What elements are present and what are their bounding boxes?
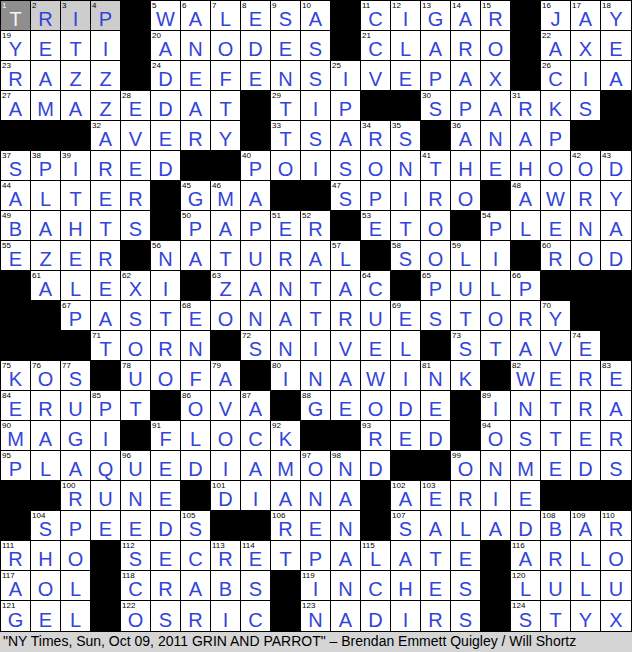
cell-r1c8[interactable]: 7L <box>211 1 241 31</box>
cell-r2c6[interactable]: 20A <box>151 31 181 61</box>
cell-r13c16[interactable]: K <box>451 361 481 391</box>
cell-r15c17[interactable]: 94O <box>481 421 511 451</box>
cell-r19c15[interactable]: T <box>421 541 451 571</box>
cell-r1c15[interactable]: 13G <box>421 1 451 31</box>
cell-r8c11[interactable]: 52R <box>301 211 331 241</box>
cell-r13c10[interactable]: 80I <box>271 361 301 391</box>
cell-r16c5[interactable]: 96U <box>121 451 151 481</box>
cell-r15c7[interactable]: L <box>181 421 211 451</box>
cell-r1c9[interactable]: 8E <box>241 1 271 31</box>
cell-r19c9[interactable]: 114E <box>241 541 271 571</box>
cell-r20c20[interactable]: L <box>571 571 601 601</box>
cell-r12c6[interactable]: R <box>151 331 181 361</box>
cell-r16c2[interactable]: L <box>31 451 61 481</box>
cell-r6c20[interactable]: 42O <box>571 151 601 181</box>
cell-r15c18[interactable]: S <box>511 421 541 451</box>
cell-r20c15[interactable]: E <box>421 571 451 601</box>
cell-r15c8[interactable]: O <box>211 421 241 451</box>
cell-r9c4[interactable]: R <box>91 241 121 271</box>
cell-r20c11[interactable]: 119I <box>301 571 331 601</box>
cell-r11c15[interactable]: S <box>421 301 451 331</box>
cell-r9c2[interactable]: Z <box>31 241 61 271</box>
cell-r13c19[interactable]: E <box>541 361 571 391</box>
cell-r16c20[interactable]: D <box>571 451 601 481</box>
cell-r4c7[interactable]: A <box>181 91 211 121</box>
cell-r5c7[interactable]: R <box>181 121 211 151</box>
cell-r17c15[interactable]: 103E <box>421 481 451 511</box>
cell-r18c2[interactable]: 104S <box>31 511 61 541</box>
cell-r18c5[interactable]: E <box>121 511 151 541</box>
cell-r18c20[interactable]: 109A <box>571 511 601 541</box>
cell-r12c11[interactable]: I <box>301 331 331 361</box>
cell-r7c3[interactable]: T <box>61 181 91 211</box>
cell-r1c2[interactable]: 2R <box>31 1 61 31</box>
cell-r19c2[interactable]: H <box>31 541 61 571</box>
cell-r15c1[interactable]: 90M <box>1 421 31 451</box>
cell-r1c21[interactable]: 18Y <box>601 1 631 31</box>
cell-r20c18[interactable]: 120L <box>511 571 541 601</box>
cell-r19c6[interactable]: E <box>151 541 181 571</box>
cell-r6c9[interactable]: 40P <box>241 151 271 181</box>
cell-r2c3[interactable]: T <box>61 31 91 61</box>
cell-r16c6[interactable]: E <box>151 451 181 481</box>
cell-r9c7[interactable]: A <box>181 241 211 271</box>
cell-r19c11[interactable]: P <box>301 541 331 571</box>
cell-r14c2[interactable]: R <box>31 391 61 421</box>
cell-r10c5[interactable]: 62X <box>121 271 151 301</box>
cell-r19c21[interactable]: O <box>601 541 631 571</box>
cell-r5c18[interactable]: A <box>511 121 541 151</box>
cell-r4c17[interactable]: A <box>481 91 511 121</box>
cell-r9c12[interactable]: 57L <box>331 241 361 271</box>
cell-r19c20[interactable]: L <box>571 541 601 571</box>
cell-r16c1[interactable]: 95P <box>1 451 31 481</box>
cell-r7c21[interactable]: Y <box>601 181 631 211</box>
cell-r4c20[interactable]: S <box>571 91 601 121</box>
cell-r17c9[interactable]: I <box>241 481 271 511</box>
cell-r16c21[interactable]: S <box>601 451 631 481</box>
cell-r18c15[interactable]: A <box>421 511 451 541</box>
cell-r15c9[interactable]: C <box>241 421 271 451</box>
cell-r20c16[interactable]: S <box>451 571 481 601</box>
cell-r11c9[interactable]: N <box>241 301 271 331</box>
cell-r17c10[interactable]: A <box>271 481 301 511</box>
cell-r13c6[interactable]: O <box>151 361 181 391</box>
cell-r15c13[interactable]: 93R <box>361 421 391 451</box>
cell-r2c2[interactable]: E <box>31 31 61 61</box>
cell-r9c14[interactable]: 58S <box>391 241 421 271</box>
cell-r18c4[interactable]: E <box>91 511 121 541</box>
cell-r1c20[interactable]: 17A <box>571 1 601 31</box>
cell-r9c21[interactable]: D <box>601 241 631 271</box>
cell-r21c19[interactable]: T <box>541 601 571 631</box>
cell-r3c12[interactable]: 25I <box>331 61 361 91</box>
cell-r14c8[interactable]: V <box>211 391 241 421</box>
cell-r2c14[interactable]: L <box>391 31 421 61</box>
cell-r15c10[interactable]: 92K <box>271 421 301 451</box>
cell-r7c16[interactable]: O <box>451 181 481 211</box>
cell-r9c16[interactable]: 59L <box>451 241 481 271</box>
cell-r7c15[interactable]: R <box>421 181 451 211</box>
cell-r12c17[interactable]: T <box>481 331 511 361</box>
cell-r9c19[interactable]: 60R <box>541 241 571 271</box>
cell-r3c14[interactable]: E <box>391 61 421 91</box>
cell-r20c7[interactable]: A <box>181 571 211 601</box>
cell-r11c13[interactable]: U <box>361 301 391 331</box>
cell-r12c9[interactable]: 72S <box>241 331 271 361</box>
cell-r6c13[interactable]: O <box>361 151 391 181</box>
cell-r14c13[interactable]: O <box>361 391 391 421</box>
cell-r11c4[interactable]: A <box>91 301 121 331</box>
cell-r6c18[interactable]: H <box>511 151 541 181</box>
cell-r4c5[interactable]: 28E <box>121 91 151 121</box>
cell-r5c5[interactable]: V <box>121 121 151 151</box>
cell-r2c21[interactable]: E <box>601 31 631 61</box>
cell-r5c13[interactable]: 34R <box>361 121 391 151</box>
cell-r11c16[interactable]: T <box>451 301 481 331</box>
cell-r11c11[interactable]: T <box>301 301 331 331</box>
cell-r13c15[interactable]: 81N <box>421 361 451 391</box>
cell-r18c12[interactable]: N <box>331 511 361 541</box>
cell-r20c5[interactable]: 118C <box>121 571 151 601</box>
cell-r21c2[interactable]: E <box>31 601 61 631</box>
cell-r4c15[interactable]: 30S <box>421 91 451 121</box>
cell-r7c13[interactable]: P <box>361 181 391 211</box>
cell-r18c7[interactable]: 105S <box>181 511 211 541</box>
cell-r14c4[interactable]: 85P <box>91 391 121 421</box>
cell-r19c12[interactable]: A <box>331 541 361 571</box>
cell-r5c16[interactable]: 36A <box>451 121 481 151</box>
cell-r17c8[interactable]: 101D <box>211 481 241 511</box>
cell-r14c21[interactable]: A <box>601 391 631 421</box>
cell-r7c14[interactable]: I <box>391 181 421 211</box>
cell-r4c1[interactable]: 27A <box>1 91 31 121</box>
cell-r9c11[interactable]: A <box>301 241 331 271</box>
cell-r7c12[interactable]: 47S <box>331 181 361 211</box>
cell-r2c9[interactable]: D <box>241 31 271 61</box>
cell-r21c1[interactable]: 121G <box>1 601 31 631</box>
cell-r20c14[interactable]: H <box>391 571 421 601</box>
cell-r1c16[interactable]: 14A <box>451 1 481 31</box>
cell-r11c12[interactable]: R <box>331 301 361 331</box>
cell-r16c9[interactable]: A <box>241 451 271 481</box>
cell-r21c15[interactable]: R <box>421 601 451 631</box>
cell-r2c11[interactable]: S <box>301 31 331 61</box>
cell-r17c14[interactable]: 102A <box>391 481 421 511</box>
cell-r8c10[interactable]: 51E <box>271 211 301 241</box>
cell-r17c4[interactable]: U <box>91 481 121 511</box>
cell-r1c7[interactable]: 6A <box>181 1 211 31</box>
cell-r5c12[interactable]: A <box>331 121 361 151</box>
cell-r13c14[interactable]: I <box>391 361 421 391</box>
cell-r10c8[interactable]: 63Z <box>211 271 241 301</box>
cell-r1c10[interactable]: 9S <box>271 1 301 31</box>
cell-r9c6[interactable]: 56N <box>151 241 181 271</box>
cell-r17c17[interactable]: I <box>481 481 511 511</box>
cell-r1c3[interactable]: 3I <box>61 1 91 31</box>
cell-r2c1[interactable]: 19Y <box>1 31 31 61</box>
cell-r9c17[interactable]: I <box>481 241 511 271</box>
cell-r17c11[interactable]: N <box>301 481 331 511</box>
cell-r8c18[interactable]: L <box>511 211 541 241</box>
cell-r8c5[interactable]: S <box>121 211 151 241</box>
cell-r1c4[interactable]: 4P <box>91 1 121 31</box>
cell-r8c3[interactable]: H <box>61 211 91 241</box>
cell-r13c5[interactable]: 78U <box>121 361 151 391</box>
cell-r21c3[interactable]: L <box>61 601 91 631</box>
cell-r2c17[interactable]: O <box>481 31 511 61</box>
cell-r8c8[interactable]: A <box>211 211 241 241</box>
cell-r3c2[interactable]: A <box>31 61 61 91</box>
cell-r7c1[interactable]: 44A <box>1 181 31 211</box>
crossword-grid[interactable]: 1T2R3I4P5W6A7L8E9S10A11C12I13G14A15R16J1… <box>1 1 631 631</box>
cell-r9c10[interactable]: R <box>271 241 301 271</box>
cell-r16c12[interactable]: 98N <box>331 451 361 481</box>
cell-r10c13[interactable]: 64C <box>361 271 391 301</box>
cell-r19c13[interactable]: 115L <box>361 541 391 571</box>
cell-r16c7[interactable]: D <box>181 451 211 481</box>
cell-r6c2[interactable]: 38P <box>31 151 61 181</box>
cell-r13c2[interactable]: 76O <box>31 361 61 391</box>
cell-r12c7[interactable]: N <box>181 331 211 361</box>
cell-r2c4[interactable]: I <box>91 31 121 61</box>
cell-r18c17[interactable]: A <box>481 511 511 541</box>
cell-r8c1[interactable]: 49B <box>1 211 31 241</box>
cell-r11c19[interactable]: 70Y <box>541 301 571 331</box>
cell-r16c8[interactable]: I <box>211 451 241 481</box>
cell-r2c20[interactable]: X <box>571 31 601 61</box>
cell-r12c19[interactable]: V <box>541 331 571 361</box>
cell-r19c14[interactable]: A <box>391 541 421 571</box>
cell-r18c19[interactable]: 108B <box>541 511 571 541</box>
cell-r7c19[interactable]: W <box>541 181 571 211</box>
cell-r2c10[interactable]: E <box>271 31 301 61</box>
cell-r4c18[interactable]: 31R <box>511 91 541 121</box>
cell-r16c17[interactable]: N <box>481 451 511 481</box>
cell-r4c11[interactable]: I <box>301 91 331 121</box>
cell-r19c5[interactable]: 112S <box>121 541 151 571</box>
cell-r13c11[interactable]: N <box>301 361 331 391</box>
cell-r2c15[interactable]: A <box>421 31 451 61</box>
cell-r7c7[interactable]: 45G <box>181 181 211 211</box>
cell-r8c14[interactable]: T <box>391 211 421 241</box>
cell-r21c16[interactable]: S <box>451 601 481 631</box>
cell-r11c10[interactable]: A <box>271 301 301 331</box>
cell-r12c18[interactable]: A <box>511 331 541 361</box>
cell-r1c11[interactable]: 10A <box>301 1 331 31</box>
cell-r18c21[interactable]: 110R <box>601 511 631 541</box>
cell-r14c1[interactable]: 84E <box>1 391 31 421</box>
cell-r6c17[interactable]: E <box>481 151 511 181</box>
cell-r10c6[interactable]: I <box>151 271 181 301</box>
cell-r16c4[interactable]: Q <box>91 451 121 481</box>
cell-r11c14[interactable]: 69E <box>391 301 421 331</box>
cell-r5c17[interactable]: N <box>481 121 511 151</box>
cell-r2c16[interactable]: R <box>451 31 481 61</box>
cell-r10c4[interactable]: E <box>91 271 121 301</box>
cell-r6c3[interactable]: 39I <box>61 151 91 181</box>
cell-r10c3[interactable]: L <box>61 271 91 301</box>
cell-r21c14[interactable]: I <box>391 601 421 631</box>
cell-r8c20[interactable]: N <box>571 211 601 241</box>
cell-r5c10[interactable]: 33T <box>271 121 301 151</box>
cell-r9c3[interactable]: E <box>61 241 91 271</box>
cell-r6c21[interactable]: 43D <box>601 151 631 181</box>
cell-r2c13[interactable]: 21C <box>361 31 391 61</box>
cell-r7c8[interactable]: 46M <box>211 181 241 211</box>
cell-r3c11[interactable]: S <box>301 61 331 91</box>
cell-r14c17[interactable]: 89I <box>481 391 511 421</box>
cell-r4c8[interactable]: T <box>211 91 241 121</box>
cell-r3c1[interactable]: 23R <box>1 61 31 91</box>
cell-r12c16[interactable]: 73S <box>451 331 481 361</box>
cell-r7c18[interactable]: 48A <box>511 181 541 211</box>
cell-r3c19[interactable]: 26C <box>541 61 571 91</box>
cell-r2c8[interactable]: O <box>211 31 241 61</box>
cell-r3c15[interactable]: P <box>421 61 451 91</box>
cell-r9c1[interactable]: 55E <box>1 241 31 271</box>
cell-r10c16[interactable]: U <box>451 271 481 301</box>
cell-r17c12[interactable]: A <box>331 481 361 511</box>
cell-r3c9[interactable]: E <box>241 61 271 91</box>
cell-r16c11[interactable]: 97O <box>301 451 331 481</box>
cell-r15c4[interactable]: I <box>91 421 121 451</box>
cell-r13c7[interactable]: F <box>181 361 211 391</box>
cell-r9c15[interactable]: O <box>421 241 451 271</box>
cell-r5c8[interactable]: Y <box>211 121 241 151</box>
cell-r8c4[interactable]: T <box>91 211 121 241</box>
cell-r5c19[interactable]: P <box>541 121 571 151</box>
cell-r4c6[interactable]: D <box>151 91 181 121</box>
cell-r3c13[interactable]: V <box>361 61 391 91</box>
cell-r12c20[interactable]: 74E <box>571 331 601 361</box>
cell-r16c18[interactable]: M <box>511 451 541 481</box>
cell-r4c19[interactable]: K <box>541 91 571 121</box>
cell-r10c10[interactable]: N <box>271 271 301 301</box>
cell-r21c9[interactable]: C <box>241 601 271 631</box>
cell-r21c18[interactable]: 124S <box>511 601 541 631</box>
cell-r11c18[interactable]: R <box>511 301 541 331</box>
cell-r20c9[interactable]: S <box>241 571 271 601</box>
cell-r21c8[interactable]: I <box>211 601 241 631</box>
cell-r6c4[interactable]: R <box>91 151 121 181</box>
cell-r21c12[interactable]: A <box>331 601 361 631</box>
cell-r18c6[interactable]: D <box>151 511 181 541</box>
cell-r6c11[interactable]: I <box>301 151 331 181</box>
cell-r7c2[interactable]: L <box>31 181 61 211</box>
cell-r3c20[interactable]: I <box>571 61 601 91</box>
cell-r9c20[interactable]: O <box>571 241 601 271</box>
cell-r15c19[interactable]: T <box>541 421 571 451</box>
cell-r13c8[interactable]: 79A <box>211 361 241 391</box>
cell-r13c18[interactable]: 82W <box>511 361 541 391</box>
cell-r6c10[interactable]: O <box>271 151 301 181</box>
cell-r18c16[interactable]: L <box>451 511 481 541</box>
cell-r12c14[interactable]: L <box>391 331 421 361</box>
cell-r17c6[interactable]: E <box>151 481 181 511</box>
cell-r20c8[interactable]: B <box>211 571 241 601</box>
cell-r11c8[interactable]: O <box>211 301 241 331</box>
cell-r7c20[interactable]: R <box>571 181 601 211</box>
cell-r19c16[interactable]: E <box>451 541 481 571</box>
cell-r3c6[interactable]: 24D <box>151 61 181 91</box>
cell-r8c7[interactable]: 50P <box>181 211 211 241</box>
cell-r2c19[interactable]: 22A <box>541 31 571 61</box>
cell-r12c12[interactable]: V <box>331 331 361 361</box>
cell-r6c14[interactable]: N <box>391 151 421 181</box>
cell-r6c6[interactable]: D <box>151 151 181 181</box>
cell-r15c14[interactable]: E <box>391 421 421 451</box>
cell-r12c5[interactable]: O <box>121 331 151 361</box>
cell-r4c3[interactable]: A <box>61 91 91 121</box>
cell-r19c7[interactable]: C <box>181 541 211 571</box>
cell-r4c16[interactable]: P <box>451 91 481 121</box>
cell-r13c1[interactable]: 75K <box>1 361 31 391</box>
cell-r4c12[interactable]: P <box>331 91 361 121</box>
cell-r11c17[interactable]: O <box>481 301 511 331</box>
cell-r10c15[interactable]: 65P <box>421 271 451 301</box>
cell-r12c13[interactable]: E <box>361 331 391 361</box>
cell-r21c20[interactable]: Y <box>571 601 601 631</box>
cell-r1c13[interactable]: 11C <box>361 1 391 31</box>
cell-r11c5[interactable]: S <box>121 301 151 331</box>
cell-r5c11[interactable]: S <box>301 121 331 151</box>
cell-r14c20[interactable]: R <box>571 391 601 421</box>
cell-r20c3[interactable]: L <box>61 571 91 601</box>
cell-r19c19[interactable]: R <box>541 541 571 571</box>
cell-r8c13[interactable]: 53E <box>361 211 391 241</box>
cell-r13c20[interactable]: R <box>571 361 601 391</box>
cell-r19c3[interactable]: O <box>61 541 91 571</box>
cell-r12c4[interactable]: 71T <box>91 331 121 361</box>
cell-r9c9[interactable]: U <box>241 241 271 271</box>
cell-r14c18[interactable]: N <box>511 391 541 421</box>
cell-r21c5[interactable]: 122O <box>121 601 151 631</box>
cell-r10c11[interactable]: T <box>301 271 331 301</box>
cell-r19c1[interactable]: 111R <box>1 541 31 571</box>
cell-r20c6[interactable]: R <box>151 571 181 601</box>
cell-r14c12[interactable]: E <box>331 391 361 421</box>
cell-r18c11[interactable]: E <box>301 511 331 541</box>
cell-r16c19[interactable]: E <box>541 451 571 481</box>
cell-r14c14[interactable]: D <box>391 391 421 421</box>
cell-r14c5[interactable]: T <box>121 391 151 421</box>
cell-r3c3[interactable]: Z <box>61 61 91 91</box>
cell-r13c21[interactable]: 83E <box>601 361 631 391</box>
cell-r3c10[interactable]: N <box>271 61 301 91</box>
cell-r6c12[interactable]: S <box>331 151 361 181</box>
cell-r18c10[interactable]: 106R <box>271 511 301 541</box>
cell-r8c17[interactable]: 54P <box>481 211 511 241</box>
cell-r21c11[interactable]: 123N <box>301 601 331 631</box>
cell-r8c9[interactable]: P <box>241 211 271 241</box>
cell-r7c4[interactable]: E <box>91 181 121 211</box>
cell-r15c21[interactable]: R <box>601 421 631 451</box>
cell-r11c6[interactable]: T <box>151 301 181 331</box>
cell-r20c2[interactable]: O <box>31 571 61 601</box>
cell-r18c18[interactable]: D <box>511 511 541 541</box>
cell-r20c12[interactable]: N <box>331 571 361 601</box>
cell-r21c7[interactable]: R <box>181 601 211 631</box>
cell-r19c8[interactable]: 113R <box>211 541 241 571</box>
cell-r15c3[interactable]: G <box>61 421 91 451</box>
cell-r15c2[interactable]: A <box>31 421 61 451</box>
cell-r3c16[interactable]: A <box>451 61 481 91</box>
cell-r8c21[interactable]: A <box>601 211 631 241</box>
cell-r5c6[interactable]: E <box>151 121 181 151</box>
cell-r4c4[interactable]: Z <box>91 91 121 121</box>
cell-r12c10[interactable]: N <box>271 331 301 361</box>
